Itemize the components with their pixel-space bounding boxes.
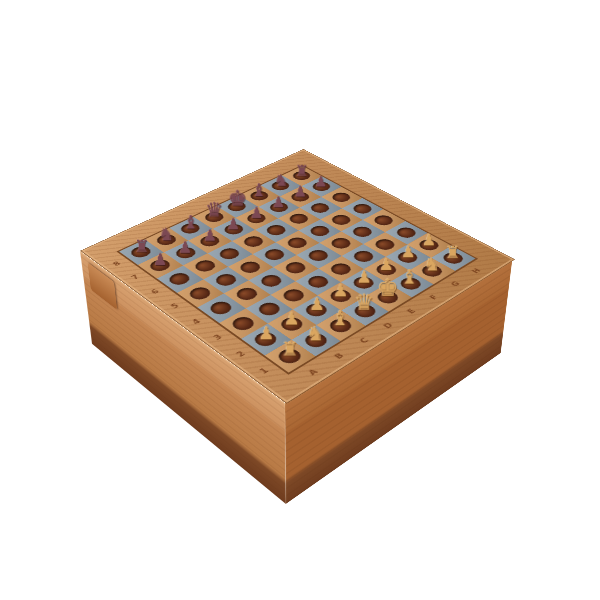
peg-hole (212, 272, 240, 288)
rank-label-8: 8 (111, 260, 122, 267)
rank-label-5: 5 (169, 302, 181, 310)
peg-hole (186, 285, 214, 302)
peg-hole (350, 202, 375, 215)
file-label-b: B (332, 352, 346, 361)
piece-black-queen-d8[interactable]: ♛ (205, 200, 223, 220)
peg-hole (255, 300, 284, 318)
peg-hole (233, 286, 261, 303)
peg-hole (240, 234, 266, 249)
peg-hole (350, 225, 376, 239)
peg-hole (350, 249, 377, 264)
rank-label-7: 7 (130, 274, 141, 281)
file-label-c: C (357, 336, 370, 344)
peg-hole (328, 236, 354, 251)
piece-black-king-e8[interactable]: ♚ (228, 188, 247, 209)
peg-hole (229, 314, 258, 332)
peg-hole (371, 214, 397, 228)
peg-hole (284, 235, 310, 250)
peg-hole (307, 224, 333, 238)
piece-black-bishop-f8[interactable]: ♝ (251, 181, 267, 198)
file-label-g: G (449, 280, 462, 288)
peg-hole (264, 223, 290, 237)
file-label-d: D (381, 321, 395, 329)
rank-label-3: 3 (212, 333, 224, 341)
piece-white-rook-h1[interactable]: ♜ (445, 244, 460, 261)
file-label-h: H (470, 267, 483, 274)
peg-hole (308, 201, 333, 214)
peg-hole (258, 273, 286, 289)
square-d4[interactable] (273, 255, 318, 281)
file-label-f: F (428, 294, 440, 301)
rank-label-4: 4 (190, 318, 202, 326)
peg-hole (237, 259, 264, 275)
peg-hole (393, 225, 419, 239)
rank-label-2: 2 (234, 350, 247, 358)
peg-hole (207, 299, 236, 317)
rank-label-6: 6 (149, 288, 161, 295)
piece-white-queen-d1[interactable]: ♛ (355, 292, 375, 315)
peg-hole (192, 258, 219, 274)
file-label-e: E (405, 307, 417, 315)
peg-hole (216, 246, 243, 261)
rank-label-1: 1 (258, 367, 271, 376)
piece-black-pawn-a7[interactable]: ♟ (153, 252, 168, 268)
peg-hole (327, 261, 354, 277)
peg-hole (305, 248, 332, 263)
peg-hole (304, 274, 332, 290)
peg-hole (372, 237, 399, 252)
product-photo-scene: ♜♞♝♛♚♝♞♜♟♟♟♟♟♟♟♟♟♟♟♟♟♟♟♟♜♞♝♛♚♝♞♜ ABCDEFG… (0, 0, 600, 600)
square-h6[interactable] (321, 187, 362, 209)
peg-hole (282, 260, 309, 276)
peg-hole (261, 247, 288, 262)
piece-white-king-e1[interactable]: ♚ (377, 276, 399, 300)
peg-hole (280, 287, 308, 304)
file-label-a: A (306, 368, 320, 377)
peg-hole (286, 212, 312, 226)
peg-hole (329, 191, 354, 204)
chess-box: ♜♞♝♛♚♝♞♜♟♟♟♟♟♟♟♟♟♟♟♟♟♟♟♟♜♞♝♛♚♝♞♜ ABCDEFG… (80, 149, 512, 402)
peg-hole (328, 213, 354, 227)
